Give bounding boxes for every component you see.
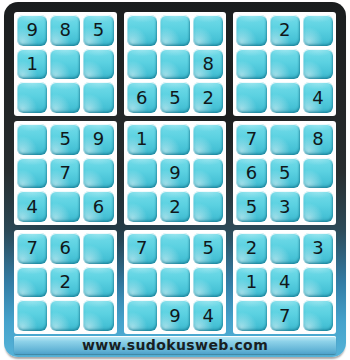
cell-r3c7[interactable]	[236, 82, 266, 113]
cell-r4c7[interactable]: 7	[236, 124, 266, 155]
footer-bar: www.sudokusweb.com	[14, 336, 336, 354]
box-1-1: 9851	[14, 12, 117, 116]
box-3-3: 23147	[233, 230, 336, 334]
cell-r7c6[interactable]: 5	[193, 233, 223, 264]
cell-r6c2[interactable]	[50, 191, 80, 222]
box-2-2: 192	[124, 121, 227, 225]
cell-r8c5[interactable]	[160, 267, 190, 298]
cell-r4c6[interactable]	[193, 124, 223, 155]
sudoku-board: 985186522459746192786553762759423147	[14, 12, 336, 334]
cell-r4c2[interactable]: 5	[50, 124, 80, 155]
cell-r5c4[interactable]	[127, 158, 157, 189]
cell-r3c3[interactable]	[83, 82, 113, 113]
cell-r8c3[interactable]	[83, 267, 113, 298]
cell-r6c7[interactable]: 5	[236, 191, 266, 222]
cell-r4c4[interactable]: 1	[127, 124, 157, 155]
box-3-2: 7594	[124, 230, 227, 334]
site-url: www.sudokusweb.com	[82, 337, 268, 353]
cell-r4c1[interactable]	[17, 124, 47, 155]
cell-r1c1[interactable]: 9	[17, 15, 47, 46]
cell-r3c4[interactable]: 6	[127, 82, 157, 113]
box-2-3: 786553	[233, 121, 336, 225]
cell-r4c5[interactable]	[160, 124, 190, 155]
cell-r1c8[interactable]: 2	[270, 15, 300, 46]
cell-r7c2[interactable]: 6	[50, 233, 80, 264]
cell-r2c4[interactable]	[127, 49, 157, 80]
cell-r9c1[interactable]	[17, 300, 47, 331]
box-1-2: 8652	[124, 12, 227, 116]
cell-r4c3[interactable]: 9	[83, 124, 113, 155]
cell-r9c7[interactable]	[236, 300, 266, 331]
cell-r1c6[interactable]	[193, 15, 223, 46]
cell-r2c3[interactable]	[83, 49, 113, 80]
cell-r5c9[interactable]	[303, 158, 333, 189]
cell-r5c7[interactable]: 6	[236, 158, 266, 189]
cell-r5c1[interactable]	[17, 158, 47, 189]
cell-r6c1[interactable]: 4	[17, 191, 47, 222]
sudoku-board-frame: 985186522459746192786553762759423147 www…	[4, 2, 346, 357]
cell-r2c5[interactable]	[160, 49, 190, 80]
cell-r9c2[interactable]	[50, 300, 80, 331]
cell-r9c4[interactable]	[127, 300, 157, 331]
cell-r5c2[interactable]: 7	[50, 158, 80, 189]
cell-r8c9[interactable]	[303, 267, 333, 298]
cell-r2c2[interactable]	[50, 49, 80, 80]
cell-r5c6[interactable]	[193, 158, 223, 189]
cell-r1c9[interactable]	[303, 15, 333, 46]
cell-r3c6[interactable]: 2	[193, 82, 223, 113]
cell-r6c8[interactable]: 3	[270, 191, 300, 222]
cell-r7c9[interactable]: 3	[303, 233, 333, 264]
sudoku-page: 985186522459746192786553762759423147 www…	[0, 0, 350, 360]
cell-r3c5[interactable]: 5	[160, 82, 190, 113]
cell-r9c6[interactable]: 4	[193, 300, 223, 331]
cell-r1c5[interactable]	[160, 15, 190, 46]
cell-r2c1[interactable]: 1	[17, 49, 47, 80]
cell-r3c9[interactable]: 4	[303, 82, 333, 113]
cell-r1c2[interactable]: 8	[50, 15, 80, 46]
cell-r8c1[interactable]	[17, 267, 47, 298]
cell-r4c8[interactable]	[270, 124, 300, 155]
cell-r9c8[interactable]: 7	[270, 300, 300, 331]
cell-r7c4[interactable]: 7	[127, 233, 157, 264]
cell-r5c8[interactable]: 5	[270, 158, 300, 189]
cell-r2c9[interactable]	[303, 49, 333, 80]
cell-r1c3[interactable]: 5	[83, 15, 113, 46]
cell-r2c8[interactable]	[270, 49, 300, 80]
cell-r2c6[interactable]: 8	[193, 49, 223, 80]
cell-r6c9[interactable]	[303, 191, 333, 222]
cell-r8c8[interactable]: 4	[270, 267, 300, 298]
box-3-1: 762	[14, 230, 117, 334]
cell-r8c7[interactable]: 1	[236, 267, 266, 298]
cell-r4c9[interactable]: 8	[303, 124, 333, 155]
cell-r6c5[interactable]: 2	[160, 191, 190, 222]
cell-r7c7[interactable]: 2	[236, 233, 266, 264]
cell-r6c4[interactable]	[127, 191, 157, 222]
cell-r1c7[interactable]	[236, 15, 266, 46]
box-2-1: 59746	[14, 121, 117, 225]
cell-r6c6[interactable]	[193, 191, 223, 222]
box-1-3: 24	[233, 12, 336, 116]
cell-r5c5[interactable]: 9	[160, 158, 190, 189]
cell-r9c9[interactable]	[303, 300, 333, 331]
cell-r9c5[interactable]: 9	[160, 300, 190, 331]
cell-r7c1[interactable]: 7	[17, 233, 47, 264]
cell-r1c4[interactable]	[127, 15, 157, 46]
cell-r9c3[interactable]	[83, 300, 113, 331]
cell-r3c8[interactable]	[270, 82, 300, 113]
cell-r8c4[interactable]	[127, 267, 157, 298]
cell-r3c1[interactable]	[17, 82, 47, 113]
cell-r2c7[interactable]	[236, 49, 266, 80]
cell-r8c2[interactable]: 2	[50, 267, 80, 298]
cell-r7c8[interactable]	[270, 233, 300, 264]
cell-r7c5[interactable]	[160, 233, 190, 264]
cell-r3c2[interactable]	[50, 82, 80, 113]
cell-r8c6[interactable]	[193, 267, 223, 298]
cell-r7c3[interactable]	[83, 233, 113, 264]
cell-r5c3[interactable]	[83, 158, 113, 189]
cell-r6c3[interactable]: 6	[83, 191, 113, 222]
